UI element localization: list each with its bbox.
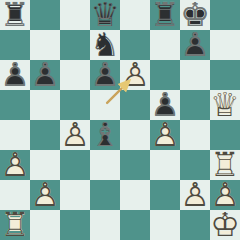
- square-g7[interactable]: ♟♙: [180, 30, 210, 60]
- white-pawn[interactable]: ♟: [0, 150, 30, 180]
- square-c8[interactable]: [60, 0, 90, 30]
- square-e2[interactable]: [120, 180, 150, 210]
- square-d4[interactable]: ♝♗: [90, 120, 120, 150]
- square-h8[interactable]: [210, 0, 240, 30]
- square-g5[interactable]: [180, 90, 210, 120]
- square-d3[interactable]: [90, 150, 120, 180]
- square-h1[interactable]: ♚♔: [210, 210, 240, 240]
- square-c7[interactable]: [60, 30, 90, 60]
- black-pawn-outline: ♙: [90, 60, 120, 90]
- white-pawn[interactable]: ♟: [120, 60, 150, 90]
- square-a6[interactable]: ♟♙: [0, 60, 30, 90]
- square-e3[interactable]: [120, 150, 150, 180]
- square-d1[interactable]: [90, 210, 120, 240]
- white-pawn-outline: ♙: [120, 60, 150, 90]
- black-queen-outline: ♕: [90, 0, 120, 30]
- black-rook[interactable]: ♜: [150, 0, 180, 30]
- black-pawn[interactable]: ♟: [90, 60, 120, 90]
- white-pawn-outline: ♙: [150, 120, 180, 150]
- square-d5[interactable]: [90, 90, 120, 120]
- square-e6[interactable]: ♟♙: [120, 60, 150, 90]
- white-pawn-outline: ♙: [210, 180, 240, 210]
- black-rook-outline: ♖: [150, 0, 180, 30]
- black-king-outline: ♔: [180, 0, 210, 30]
- square-e1[interactable]: [120, 210, 150, 240]
- square-b2[interactable]: ♟♙: [30, 180, 60, 210]
- square-g8[interactable]: ♚♔: [180, 0, 210, 30]
- white-rook-outline: ♖: [210, 150, 240, 180]
- white-rook[interactable]: ♜: [210, 150, 240, 180]
- chess-board-area: ♜♖♛♕♜♖♚♔♞♘♟♙♟♙♟♙♟♙♟♙♟♙♛♕♟♙♝♗♟♙♟♙♜♖♟♙♟♙♟♙…: [0, 0, 240, 240]
- white-pawn-outline: ♙: [30, 180, 60, 210]
- white-rook[interactable]: ♜: [0, 210, 30, 240]
- square-b6[interactable]: ♟♙: [30, 60, 60, 90]
- white-pawn[interactable]: ♟: [60, 120, 90, 150]
- white-pawn[interactable]: ♟: [210, 180, 240, 210]
- white-king[interactable]: ♚: [210, 210, 240, 240]
- square-a7[interactable]: [0, 30, 30, 60]
- square-c1[interactable]: [60, 210, 90, 240]
- square-c4[interactable]: ♟♙: [60, 120, 90, 150]
- square-e8[interactable]: [120, 0, 150, 30]
- square-h5[interactable]: ♛♕: [210, 90, 240, 120]
- square-f2[interactable]: [150, 180, 180, 210]
- black-pawn[interactable]: ♟: [0, 60, 30, 90]
- square-d8[interactable]: ♛♕: [90, 0, 120, 30]
- square-a1[interactable]: ♜♖: [0, 210, 30, 240]
- square-b1[interactable]: [30, 210, 60, 240]
- black-pawn-outline: ♙: [180, 30, 210, 60]
- black-pawn[interactable]: ♟: [30, 60, 60, 90]
- black-rook-outline: ♖: [0, 0, 30, 30]
- square-e4[interactable]: [120, 120, 150, 150]
- square-a8[interactable]: ♜♖: [0, 0, 30, 30]
- white-pawn[interactable]: ♟: [150, 120, 180, 150]
- square-e7[interactable]: [120, 30, 150, 60]
- square-b3[interactable]: [30, 150, 60, 180]
- square-h6[interactable]: [210, 60, 240, 90]
- square-f1[interactable]: [150, 210, 180, 240]
- chess-board: ♜♖♛♕♜♖♚♔♞♘♟♙♟♙♟♙♟♙♟♙♟♙♛♕♟♙♝♗♟♙♟♙♜♖♟♙♟♙♟♙…: [0, 0, 240, 240]
- black-queen[interactable]: ♛: [90, 0, 120, 30]
- white-pawn[interactable]: ♟: [180, 180, 210, 210]
- square-b4[interactable]: [30, 120, 60, 150]
- square-f8[interactable]: ♜♖: [150, 0, 180, 30]
- black-king[interactable]: ♚: [180, 0, 210, 30]
- square-a4[interactable]: [0, 120, 30, 150]
- black-pawn-outline: ♙: [150, 90, 180, 120]
- square-g3[interactable]: [180, 150, 210, 180]
- square-g1[interactable]: [180, 210, 210, 240]
- square-a5[interactable]: [0, 90, 30, 120]
- square-c6[interactable]: [60, 60, 90, 90]
- square-f4[interactable]: ♟♙: [150, 120, 180, 150]
- white-queen-outline: ♕: [210, 90, 240, 120]
- square-f7[interactable]: [150, 30, 180, 60]
- square-d7[interactable]: ♞♘: [90, 30, 120, 60]
- square-g2[interactable]: ♟♙: [180, 180, 210, 210]
- black-pawn-outline: ♙: [0, 60, 30, 90]
- square-e5[interactable]: [120, 90, 150, 120]
- black-bishop-outline: ♗: [90, 120, 120, 150]
- white-pawn-outline: ♙: [180, 180, 210, 210]
- square-c3[interactable]: [60, 150, 90, 180]
- black-rook[interactable]: ♜: [0, 0, 30, 30]
- white-pawn-outline: ♙: [60, 120, 90, 150]
- square-a3[interactable]: ♟♙: [0, 150, 30, 180]
- square-g4[interactable]: [180, 120, 210, 150]
- square-h4[interactable]: [210, 120, 240, 150]
- black-bishop[interactable]: ♝: [90, 120, 120, 150]
- square-b7[interactable]: [30, 30, 60, 60]
- square-g6[interactable]: [180, 60, 210, 90]
- square-f6[interactable]: [150, 60, 180, 90]
- white-pawn-outline: ♙: [0, 150, 30, 180]
- square-b5[interactable]: [30, 90, 60, 120]
- square-b8[interactable]: [30, 0, 60, 30]
- black-pawn[interactable]: ♟: [150, 90, 180, 120]
- white-pawn[interactable]: ♟: [30, 180, 60, 210]
- square-f5[interactable]: ♟♙: [150, 90, 180, 120]
- white-king-outline: ♔: [210, 210, 240, 240]
- square-c5[interactable]: [60, 90, 90, 120]
- square-h3[interactable]: ♜♖: [210, 150, 240, 180]
- square-d6[interactable]: ♟♙: [90, 60, 120, 90]
- black-knight[interactable]: ♞: [90, 30, 120, 60]
- square-h7[interactable]: [210, 30, 240, 60]
- square-f3[interactable]: [150, 150, 180, 180]
- square-a2[interactable]: [0, 180, 30, 210]
- square-h2[interactable]: ♟♙: [210, 180, 240, 210]
- black-knight-outline: ♘: [90, 30, 120, 60]
- white-rook-outline: ♖: [0, 210, 30, 240]
- white-queen[interactable]: ♛: [210, 90, 240, 120]
- black-pawn[interactable]: ♟: [180, 30, 210, 60]
- black-pawn-outline: ♙: [30, 60, 60, 90]
- square-c2[interactable]: [60, 180, 90, 210]
- square-d2[interactable]: [90, 180, 120, 210]
